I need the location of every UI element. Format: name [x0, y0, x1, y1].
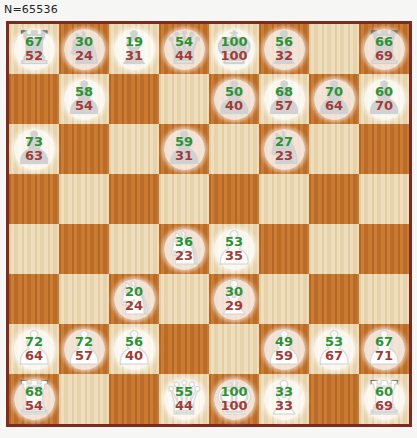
stat-values: 1931 [109, 24, 159, 74]
square-e4[interactable]: ♟5335 [209, 224, 259, 274]
square-c5[interactable] [109, 174, 159, 224]
stat-values: 5854 [59, 74, 109, 124]
stat-bottom-value: 69 [375, 49, 393, 64]
square-a5[interactable] [9, 174, 59, 224]
stat-top-value: 60 [375, 85, 393, 100]
square-a2[interactable]: ♟7264 [9, 324, 59, 374]
stat-values: 3024 [59, 24, 109, 74]
square-e1[interactable]: ♚100100 [209, 374, 259, 424]
square-c2[interactable]: ♟5640 [109, 324, 159, 374]
square-b5[interactable] [59, 174, 109, 224]
stat-bottom-value: 31 [125, 49, 143, 64]
square-b8[interactable]: ♞3024 [59, 24, 109, 74]
stat-values: 100100 [209, 24, 259, 74]
square-f4[interactable] [259, 224, 309, 274]
square-e5[interactable] [209, 174, 259, 224]
stat-bottom-value: 57 [75, 349, 93, 364]
stat-values: 5367 [309, 324, 359, 374]
stat-top-value: 55 [175, 385, 193, 400]
stat-values: 5544 [159, 374, 209, 424]
square-c6[interactable] [109, 124, 159, 174]
stat-top-value: 49 [275, 335, 293, 350]
stat-top-value: 56 [275, 35, 293, 50]
stat-bottom-value: 23 [175, 249, 193, 264]
stat-bottom-value: 24 [125, 299, 143, 314]
stat-top-value: 70 [325, 85, 343, 100]
square-h7[interactable]: ♟6070 [359, 74, 409, 124]
stat-top-value: 68 [25, 385, 43, 400]
square-e7[interactable]: ♟5040 [209, 74, 259, 124]
square-f1[interactable]: ♝3333 [259, 374, 309, 424]
stat-values: 6857 [259, 74, 309, 124]
stat-top-value: 72 [25, 335, 43, 350]
stat-values: 7363 [9, 124, 59, 174]
square-g2[interactable]: ♟5367 [309, 324, 359, 374]
square-g6[interactable] [309, 124, 359, 174]
square-g4[interactable] [309, 224, 359, 274]
stat-bottom-value: 31 [175, 149, 193, 164]
square-a4[interactable] [9, 224, 59, 274]
square-e2[interactable] [209, 324, 259, 374]
square-c3[interactable]: ♞2024 [109, 274, 159, 324]
stat-top-value: 53 [325, 335, 343, 350]
stat-values: 6070 [359, 74, 409, 124]
square-f2[interactable]: ♟4959 [259, 324, 309, 374]
stat-top-value: 72 [75, 335, 93, 350]
stat-top-value: 36 [175, 235, 193, 250]
stat-top-value: 30 [225, 285, 243, 300]
stat-values: 6854 [9, 374, 59, 424]
square-d6[interactable]: ♟5931 [159, 124, 209, 174]
square-e3[interactable]: ♝3029 [209, 274, 259, 324]
stat-values: 7064 [309, 74, 359, 124]
stat-top-value: 59 [175, 135, 193, 150]
stat-bottom-value: 29 [225, 299, 243, 314]
square-d2[interactable] [159, 324, 209, 374]
square-g5[interactable] [309, 174, 359, 224]
square-d4[interactable]: ♞3623 [159, 224, 209, 274]
stat-top-value: 68 [275, 85, 293, 100]
stat-bottom-value: 64 [325, 99, 343, 114]
stat-bottom-value: 35 [225, 249, 243, 264]
stat-top-value: 19 [125, 35, 143, 50]
stat-bottom-value: 54 [25, 399, 43, 414]
square-a7[interactable] [9, 74, 59, 124]
stat-values: 6752 [9, 24, 59, 74]
square-d3[interactable] [159, 274, 209, 324]
stat-bottom-value: 44 [175, 49, 193, 64]
square-f5[interactable] [259, 174, 309, 224]
stat-top-value: 27 [275, 135, 293, 150]
square-g7[interactable]: ♟7064 [309, 74, 359, 124]
square-f3[interactable] [259, 274, 309, 324]
square-h8[interactable]: ♜6669 [359, 24, 409, 74]
stat-bottom-value: 63 [25, 149, 43, 164]
square-b2[interactable]: ♟7257 [59, 324, 109, 374]
stat-top-value: 66 [375, 35, 393, 50]
chess-board: ♜6752♞3024♝1931♛5444♚100100♝5632♜6669♟58… [9, 24, 409, 424]
square-c4[interactable] [109, 224, 159, 274]
square-e6[interactable] [209, 124, 259, 174]
square-a6[interactable]: ♟7363 [9, 124, 59, 174]
square-d5[interactable] [159, 174, 209, 224]
stat-top-value: 67 [375, 335, 393, 350]
stat-top-value: 33 [275, 385, 293, 400]
stat-values: 6069 [359, 374, 409, 424]
stat-values: 3029 [209, 274, 259, 324]
square-e8[interactable]: ♚100100 [209, 24, 259, 74]
node-count-label: N=65536 [4, 3, 58, 16]
stat-values: 2723 [259, 124, 309, 174]
stat-top-value: 50 [225, 85, 243, 100]
square-h1[interactable]: ♜6069 [359, 374, 409, 424]
stat-values: 7257 [59, 324, 109, 374]
square-h6[interactable] [359, 124, 409, 174]
stat-values: 2024 [109, 274, 159, 324]
stat-bottom-value: 100 [220, 49, 247, 64]
stat-bottom-value: 69 [375, 399, 393, 414]
stat-values: 3623 [159, 224, 209, 274]
square-h2[interactable]: ♟6771 [359, 324, 409, 374]
stat-values: 5444 [159, 24, 209, 74]
stat-bottom-value: 57 [275, 99, 293, 114]
square-a3[interactable] [9, 274, 59, 324]
stat-bottom-value: 40 [125, 349, 143, 364]
stat-values: 6771 [359, 324, 409, 374]
square-h4[interactable] [359, 224, 409, 274]
square-f8[interactable]: ♝5632 [259, 24, 309, 74]
stat-bottom-value: 32 [275, 49, 293, 64]
stat-bottom-value: 23 [275, 149, 293, 164]
stat-top-value: 53 [225, 235, 243, 250]
stat-bottom-value: 59 [275, 349, 293, 364]
square-b7[interactable]: ♟5854 [59, 74, 109, 124]
square-b1[interactable] [59, 374, 109, 424]
stat-values: 5931 [159, 124, 209, 174]
stat-top-value: 20 [125, 285, 143, 300]
stat-values: 5632 [259, 24, 309, 74]
stat-values: 100100 [209, 374, 259, 424]
square-h5[interactable] [359, 174, 409, 224]
stat-values: 3333 [259, 374, 309, 424]
board-frame: ♜6752♞3024♝1931♛5444♚100100♝5632♜6669♟58… [6, 21, 412, 427]
stat-top-value: 73 [25, 135, 43, 150]
stat-bottom-value: 40 [225, 99, 243, 114]
square-g1[interactable] [309, 374, 359, 424]
stat-bottom-value: 70 [375, 99, 393, 114]
square-c1[interactable] [109, 374, 159, 424]
square-b6[interactable] [59, 124, 109, 174]
stat-bottom-value: 44 [175, 399, 193, 414]
stat-values: 4959 [259, 324, 309, 374]
stat-values: 5040 [209, 74, 259, 124]
square-f7[interactable]: ♟6857 [259, 74, 309, 124]
stat-bottom-value: 71 [375, 349, 393, 364]
stat-values: 7264 [9, 324, 59, 374]
square-c8[interactable]: ♝1931 [109, 24, 159, 74]
stat-bottom-value: 24 [75, 49, 93, 64]
stat-top-value: 60 [375, 385, 393, 400]
stat-top-value: 56 [125, 335, 143, 350]
stat-top-value: 30 [75, 35, 93, 50]
square-d8[interactable]: ♛5444 [159, 24, 209, 74]
square-a8[interactable]: ♜6752 [9, 24, 59, 74]
stat-values: 6669 [359, 24, 409, 74]
square-b4[interactable] [59, 224, 109, 274]
square-d1[interactable]: ♛5544 [159, 374, 209, 424]
stat-values: 5640 [109, 324, 159, 374]
square-a1[interactable]: ♜6854 [9, 374, 59, 424]
stat-bottom-value: 100 [220, 399, 247, 414]
stat-bottom-value: 54 [75, 99, 93, 114]
stat-bottom-value: 52 [25, 49, 43, 64]
stat-top-value: 100 [220, 385, 247, 400]
stat-top-value: 100 [220, 35, 247, 50]
stat-top-value: 54 [175, 35, 193, 50]
square-f6[interactable]: ♞2723 [259, 124, 309, 174]
stat-values: 5335 [209, 224, 259, 274]
stat-bottom-value: 33 [275, 399, 293, 414]
square-c7[interactable] [109, 74, 159, 124]
stat-top-value: 58 [75, 85, 93, 100]
square-g8[interactable] [309, 24, 359, 74]
square-h3[interactable] [359, 274, 409, 324]
square-d7[interactable] [159, 74, 209, 124]
square-g3[interactable] [309, 274, 359, 324]
stat-bottom-value: 67 [325, 349, 343, 364]
stat-top-value: 67 [25, 35, 43, 50]
stat-bottom-value: 64 [25, 349, 43, 364]
square-b3[interactable] [59, 274, 109, 324]
